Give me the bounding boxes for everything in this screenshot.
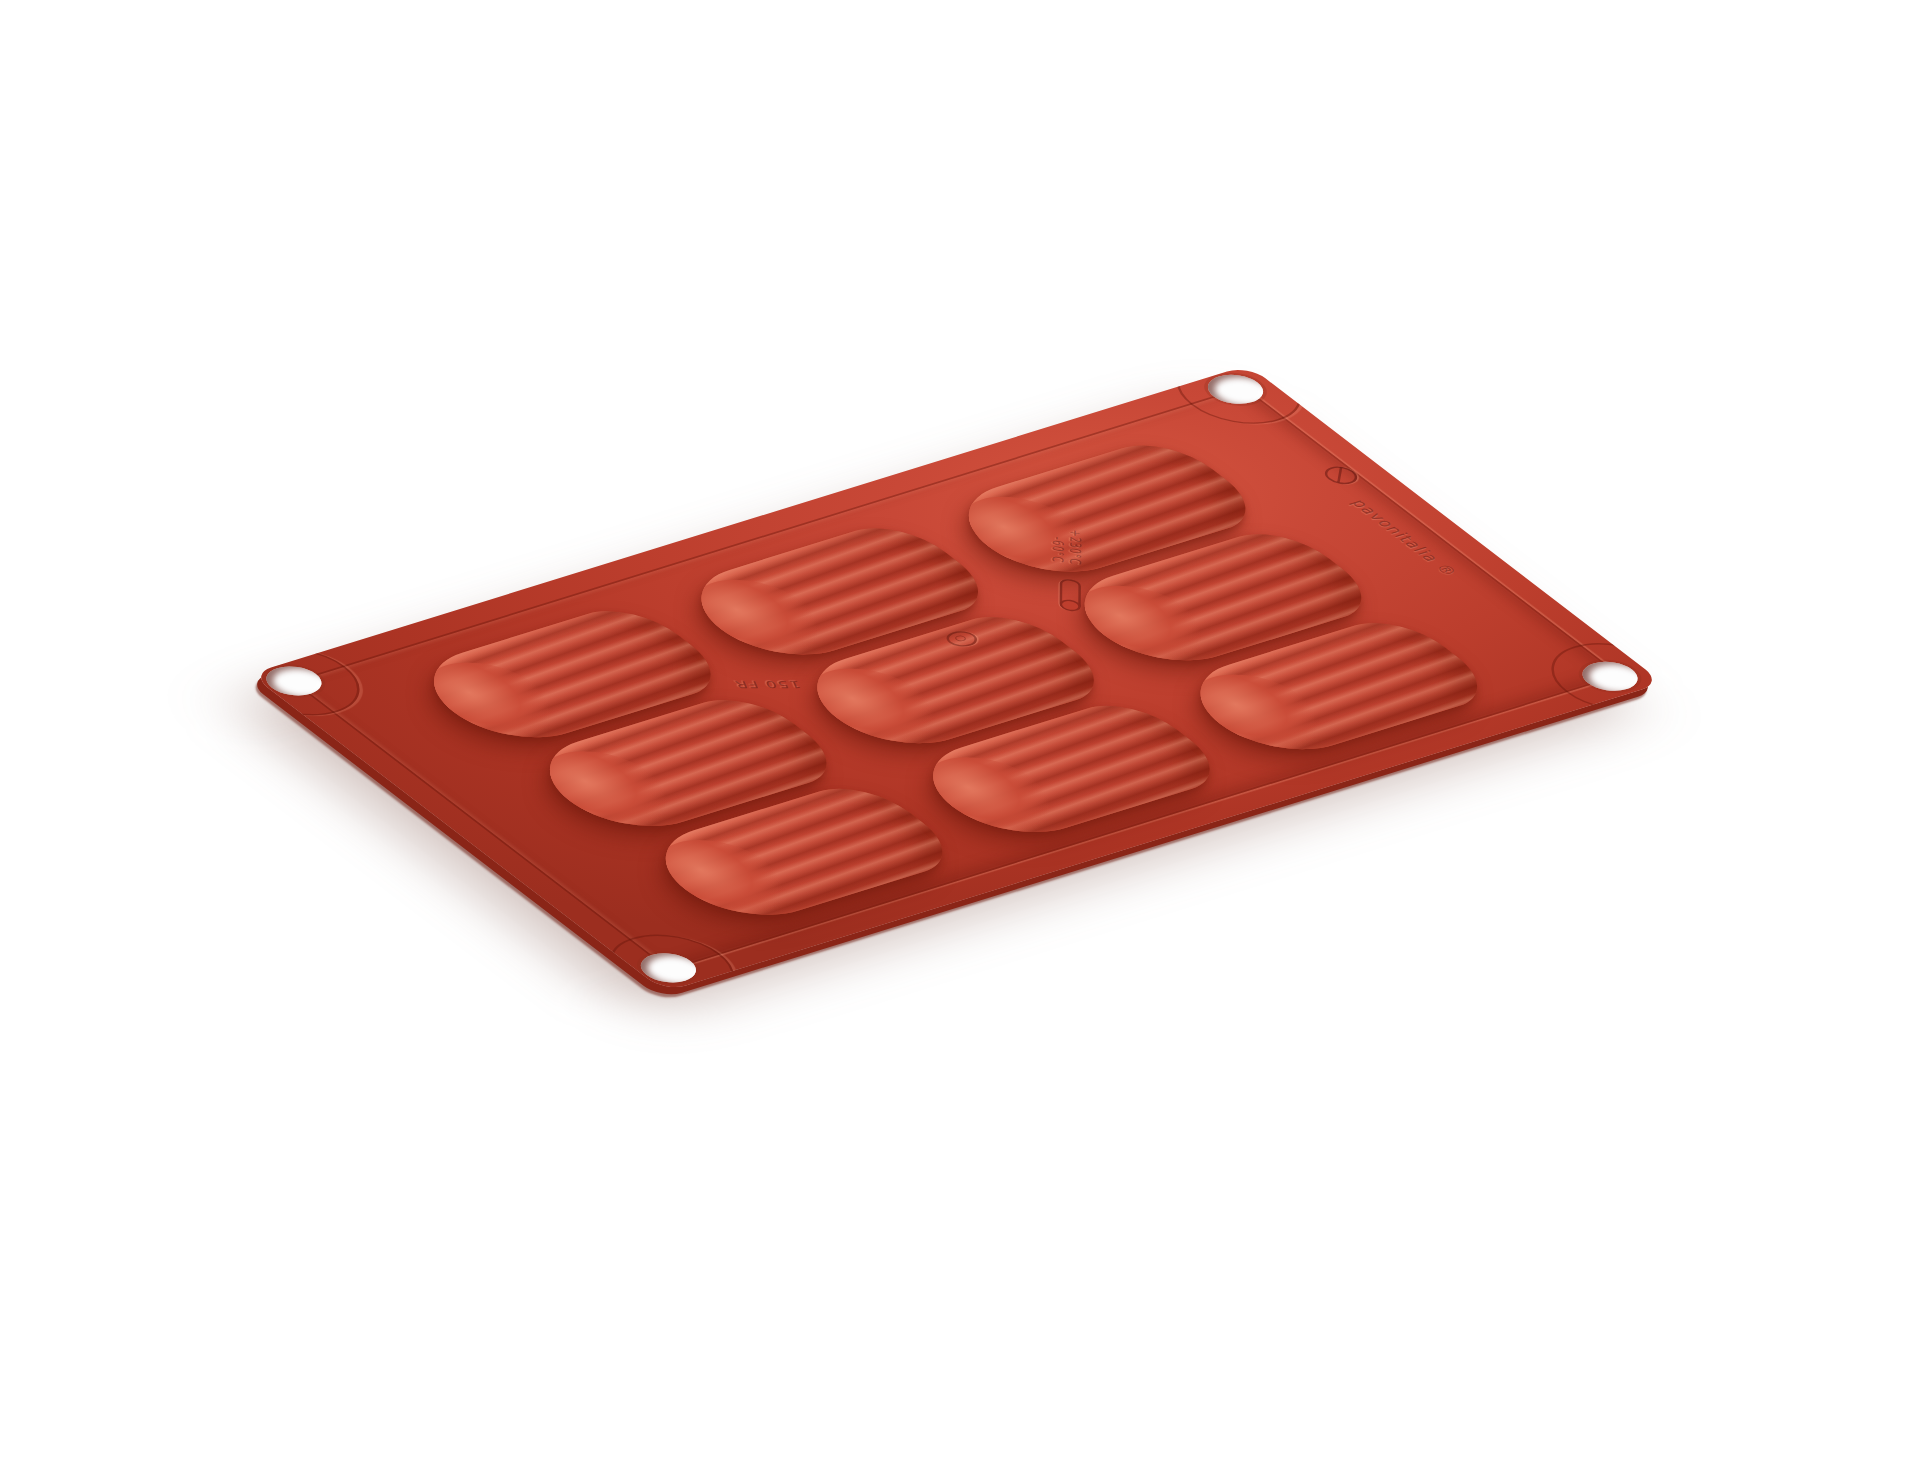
temp-max-label: +230°C [1066,529,1084,566]
embossed-temperature-text: +230°C -60°C [1048,526,1083,566]
product-photo: pavonitalia ® 150 FR +230°C -60°C [0,0,1920,1465]
silicone-madeleine-mould: pavonitalia ® 150 FR +230°C -60°C [250,365,1663,992]
thermometer-probe-icon [1060,578,1081,611]
temp-min-label: -60°C [1049,536,1067,564]
embossed-model-text: 150 FR [732,679,803,690]
